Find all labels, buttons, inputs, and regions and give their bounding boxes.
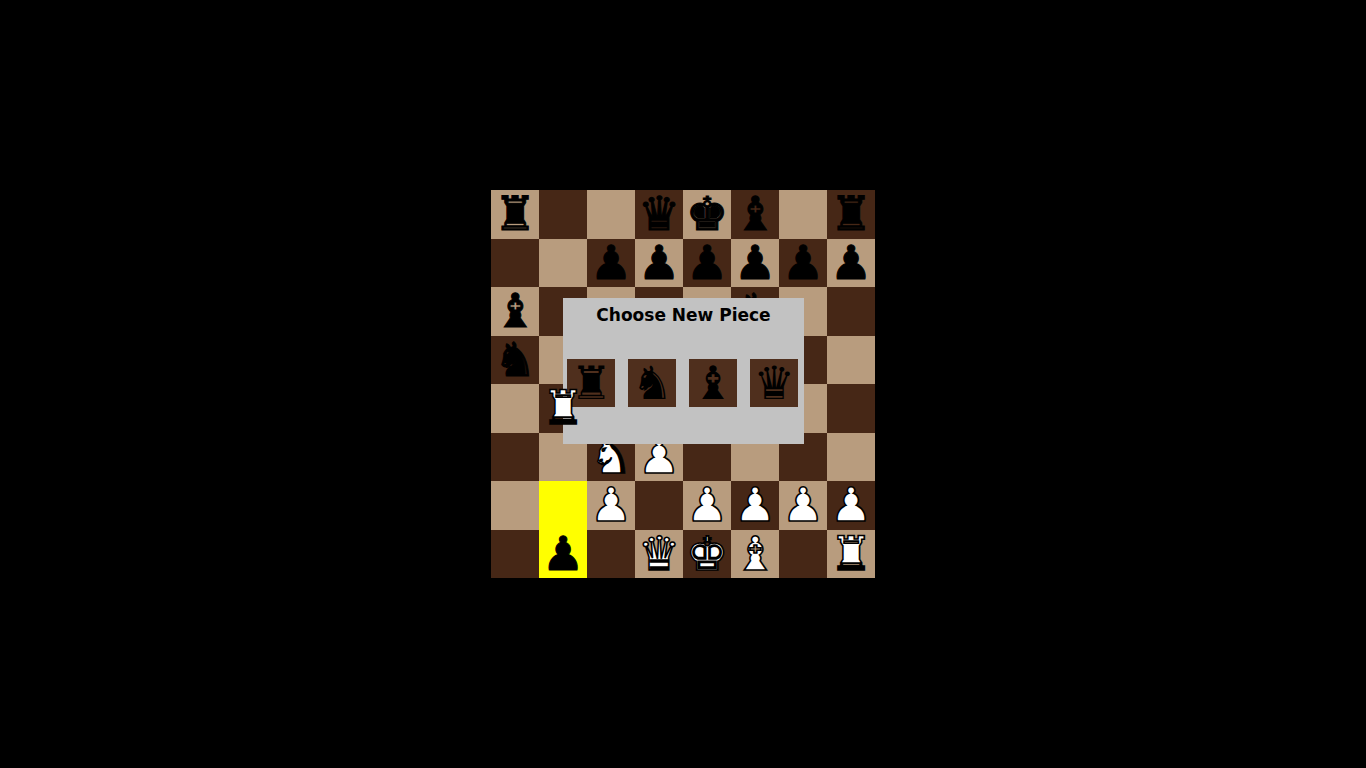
piece-black-rook-h8[interactable]: ♜ [827,190,875,239]
piece-black-pawn-f7[interactable]: ♟ [731,239,779,288]
promotion-options: ♜♞♝♛ [567,359,798,407]
square-c2[interactable]: ♟ [587,481,635,530]
piece-black-pawn-d7[interactable]: ♟ [635,239,683,288]
piece-black-pawn-g7[interactable]: ♟ [779,239,827,288]
square-h2[interactable]: ♟ [827,481,875,530]
square-d7[interactable]: ♟ [635,239,683,288]
piece-black-pawn-c7[interactable]: ♟ [587,239,635,288]
piece-white-king-e1[interactable]: ♚ [683,530,731,579]
square-h8[interactable]: ♜ [827,190,875,239]
square-a3[interactable] [491,433,539,482]
square-c7[interactable]: ♟ [587,239,635,288]
square-d2[interactable] [635,481,683,530]
piece-white-pawn-c2[interactable]: ♟ [587,481,635,530]
square-f1[interactable]: ♝ [731,530,779,579]
square-h6[interactable] [827,287,875,336]
square-c8[interactable] [587,190,635,239]
piece-black-knight-a5[interactable]: ♞ [491,336,539,385]
piece-black-rook-a8[interactable]: ♜ [491,190,539,239]
square-h7[interactable]: ♟ [827,239,875,288]
piece-black-king-e8[interactable]: ♚ [683,190,731,239]
piece-white-pawn-g2[interactable]: ♟ [779,481,827,530]
promote-to-queen-button[interactable]: ♛ [750,359,798,407]
piece-white-rook-h1[interactable]: ♜ [827,530,875,579]
square-a6[interactable]: ♝ [491,287,539,336]
square-b8[interactable] [539,190,587,239]
square-a5[interactable]: ♞ [491,336,539,385]
piece-white-pawn-h2[interactable]: ♟ [827,481,875,530]
square-a1[interactable] [491,530,539,579]
piece-black-pawn-e7[interactable]: ♟ [683,239,731,288]
piece-white-pawn-f2[interactable]: ♟ [731,481,779,530]
square-a2[interactable] [491,481,539,530]
square-g2[interactable]: ♟ [779,481,827,530]
square-a4[interactable] [491,384,539,433]
square-f8[interactable]: ♝ [731,190,779,239]
square-b7[interactable] [539,239,587,288]
promote-to-bishop-button[interactable]: ♝ [689,359,737,407]
piece-white-bishop-f1[interactable]: ♝ [731,530,779,579]
promotion-dialog: Choose New Piece ♜♞♝♛ [563,298,804,444]
square-g7[interactable]: ♟ [779,239,827,288]
square-a8[interactable]: ♜ [491,190,539,239]
square-e2[interactable]: ♟ [683,481,731,530]
square-d8[interactable]: ♛ [635,190,683,239]
square-h4[interactable] [827,384,875,433]
piece-black-pawn-b1[interactable]: ♟ [539,530,587,579]
promote-to-knight-button[interactable]: ♞ [628,359,676,407]
square-h3[interactable] [827,433,875,482]
square-h1[interactable]: ♜ [827,530,875,579]
square-g8[interactable] [779,190,827,239]
square-h5[interactable] [827,336,875,385]
square-f7[interactable]: ♟ [731,239,779,288]
piece-black-pawn-h7[interactable]: ♟ [827,239,875,288]
piece-black-bishop-a6[interactable]: ♝ [491,287,539,336]
square-a7[interactable] [491,239,539,288]
promotion-dialog-title: Choose New Piece [563,305,804,325]
piece-white-rook-b4[interactable]: ♜ [539,384,587,433]
square-f2[interactable]: ♟ [731,481,779,530]
square-c1[interactable] [587,530,635,579]
square-d1[interactable]: ♛ [635,530,683,579]
square-g1[interactable] [779,530,827,579]
square-b2[interactable] [539,481,587,530]
piece-white-pawn-e2[interactable]: ♟ [683,481,731,530]
square-b1[interactable]: ♟ [539,530,587,579]
square-e8[interactable]: ♚ [683,190,731,239]
piece-black-bishop-f8[interactable]: ♝ [731,190,779,239]
piece-white-queen-d1[interactable]: ♛ [635,530,683,579]
piece-black-queen-d8[interactable]: ♛ [635,190,683,239]
square-b4[interactable]: ♜ [539,384,587,433]
square-e1[interactable]: ♚ [683,530,731,579]
square-e7[interactable]: ♟ [683,239,731,288]
app-background: { "game": "chess", "position": { "fen": … [0,0,1366,768]
